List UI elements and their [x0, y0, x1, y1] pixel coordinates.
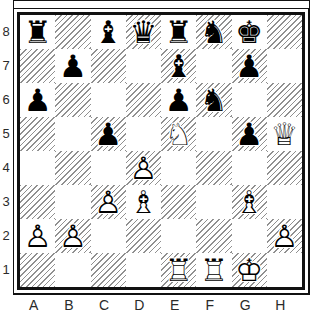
black-piece-glyph: ♟ [161, 83, 196, 117]
black-piece-glyph: ♛ [126, 15, 161, 49]
piece-bN-f6: ♞ [196, 83, 231, 117]
piece-wB-d3: ♝♗ [126, 185, 161, 219]
board-grid: ♜♝♛♜♞♚♟♝♟♟♟♞♟♞♘♟♛♕♟♙♟♙♝♗♝♗♟♙♟♙♟♙♜♖♜♖♚♔ [20, 15, 302, 287]
square-f6: ♞ [196, 83, 231, 117]
white-piece-outline: ♗ [126, 185, 161, 219]
piece-bP-b7: ♟ [55, 49, 90, 83]
piece-bK-g8: ♚ [232, 15, 267, 49]
piece-wK-g1: ♚♔ [232, 253, 267, 287]
rank-label-1: 1 [0, 253, 12, 287]
square-h4 [267, 151, 302, 185]
file-labels: ABCDEFGH [16, 296, 298, 314]
square-g1: ♚♔ [232, 253, 267, 287]
square-d1 [126, 253, 161, 287]
square-d6 [126, 83, 161, 117]
piece-bP-e6: ♟ [161, 83, 196, 117]
piece-bQ-d8: ♛ [126, 15, 161, 49]
chess-board: ♜♝♛♜♞♚♟♝♟♟♟♞♟♞♘♟♛♕♟♙♟♙♝♗♝♗♟♙♟♙♟♙♜♖♜♖♚♔ [13, 8, 309, 294]
square-e7: ♝ [161, 49, 196, 83]
square-b6 [55, 83, 90, 117]
piece-wN-e5: ♞♘ [161, 117, 196, 151]
square-c1 [91, 253, 126, 287]
square-c5: ♟ [91, 117, 126, 151]
rank-labels: 87654321 [0, 15, 12, 287]
piece-wP-c3: ♟♙ [91, 185, 126, 219]
square-b8 [55, 15, 90, 49]
square-g6 [232, 83, 267, 117]
square-c7 [91, 49, 126, 83]
rank-label-5: 5 [0, 117, 12, 151]
file-label-g: G [228, 296, 263, 314]
square-c4 [91, 151, 126, 185]
square-h3 [267, 185, 302, 219]
square-h5: ♛♕ [267, 117, 302, 151]
square-e8: ♜ [161, 15, 196, 49]
square-f4 [196, 151, 231, 185]
board-inner-border: ♜♝♛♜♞♚♟♝♟♟♟♞♟♞♘♟♛♕♟♙♟♙♝♗♝♗♟♙♟♙♟♙♜♖♜♖♚♔ [17, 12, 305, 290]
white-piece-outline: ♗ [232, 185, 267, 219]
rank-label-7: 7 [0, 49, 12, 83]
black-piece-glyph: ♞ [196, 15, 231, 49]
piece-wB-g3: ♝♗ [232, 185, 267, 219]
piece-wQ-h5: ♛♕ [267, 117, 302, 151]
file-label-e: E [157, 296, 192, 314]
rank-label-4: 4 [0, 151, 12, 185]
square-a8: ♜ [20, 15, 55, 49]
square-g3: ♝♗ [232, 185, 267, 219]
square-d4: ♟♙ [126, 151, 161, 185]
piece-wP-a2: ♟♙ [20, 219, 55, 253]
white-piece-outline: ♙ [126, 151, 161, 185]
white-piece-outline: ♖ [161, 253, 196, 287]
white-piece-outline: ♙ [91, 185, 126, 219]
square-c6 [91, 83, 126, 117]
white-piece-outline: ♕ [267, 117, 302, 151]
white-piece-outline: ♙ [20, 219, 55, 253]
square-f1: ♜♖ [196, 253, 231, 287]
piece-bP-c5: ♟ [91, 117, 126, 151]
file-label-f: F [192, 296, 227, 314]
square-f8: ♞ [196, 15, 231, 49]
black-piece-glyph: ♚ [232, 15, 267, 49]
black-piece-glyph: ♝ [91, 15, 126, 49]
square-g8: ♚ [232, 15, 267, 49]
square-c8: ♝ [91, 15, 126, 49]
square-g5: ♟ [232, 117, 267, 151]
square-a3 [20, 185, 55, 219]
white-piece-outline: ♙ [267, 219, 302, 253]
black-piece-glyph: ♜ [20, 15, 55, 49]
rank-label-6: 6 [0, 83, 12, 117]
piece-bN-f8: ♞ [196, 15, 231, 49]
square-f5 [196, 117, 231, 151]
square-b3 [55, 185, 90, 219]
piece-wR-f1: ♜♖ [196, 253, 231, 287]
square-d8: ♛ [126, 15, 161, 49]
square-b7: ♟ [55, 49, 90, 83]
black-piece-glyph: ♞ [196, 83, 231, 117]
square-f3 [196, 185, 231, 219]
square-d5 [126, 117, 161, 151]
square-h6 [267, 83, 302, 117]
file-label-a: A [16, 296, 51, 314]
square-b4 [55, 151, 90, 185]
rank-label-8: 8 [0, 15, 12, 49]
square-c2 [91, 219, 126, 253]
square-a7 [20, 49, 55, 83]
square-e6: ♟ [161, 83, 196, 117]
square-a4 [20, 151, 55, 185]
black-piece-glyph: ♟ [20, 83, 55, 117]
rank-label-3: 3 [0, 185, 12, 219]
square-h7 [267, 49, 302, 83]
square-b1 [55, 253, 90, 287]
black-piece-glyph: ♟ [91, 117, 126, 151]
piece-bB-e7: ♝ [161, 49, 196, 83]
square-d7 [126, 49, 161, 83]
square-e3 [161, 185, 196, 219]
square-e2 [161, 219, 196, 253]
square-g2 [232, 219, 267, 253]
piece-bB-c8: ♝ [91, 15, 126, 49]
white-piece-outline: ♘ [161, 117, 196, 151]
black-piece-glyph: ♟ [232, 117, 267, 151]
square-a1 [20, 253, 55, 287]
file-label-h: H [263, 296, 298, 314]
square-h2: ♟♙ [267, 219, 302, 253]
piece-wP-d4: ♟♙ [126, 151, 161, 185]
black-piece-glyph: ♟ [55, 49, 90, 83]
square-c3: ♟♙ [91, 185, 126, 219]
piece-bP-g7: ♟ [232, 49, 267, 83]
square-a6: ♟ [20, 83, 55, 117]
square-b2: ♟♙ [55, 219, 90, 253]
white-piece-outline: ♙ [55, 219, 90, 253]
square-e4 [161, 151, 196, 185]
square-d3: ♝♗ [126, 185, 161, 219]
square-e5: ♞♘ [161, 117, 196, 151]
piece-wP-b2: ♟♙ [55, 219, 90, 253]
piece-bP-a6: ♟ [20, 83, 55, 117]
file-label-b: B [51, 296, 86, 314]
square-f7 [196, 49, 231, 83]
black-piece-glyph: ♜ [161, 15, 196, 49]
piece-bR-e8: ♜ [161, 15, 196, 49]
white-piece-outline: ♔ [232, 253, 267, 287]
file-label-c: C [87, 296, 122, 314]
square-f2 [196, 219, 231, 253]
square-b5 [55, 117, 90, 151]
piece-wR-e1: ♜♖ [161, 253, 196, 287]
file-label-d: D [122, 296, 157, 314]
square-h8 [267, 15, 302, 49]
square-g4 [232, 151, 267, 185]
black-piece-glyph: ♝ [161, 49, 196, 83]
square-a5 [20, 117, 55, 151]
piece-bR-a8: ♜ [20, 15, 55, 49]
rank-label-2: 2 [0, 219, 12, 253]
square-h1 [267, 253, 302, 287]
square-a2: ♟♙ [20, 219, 55, 253]
square-d2 [126, 219, 161, 253]
piece-bP-g5: ♟ [232, 117, 267, 151]
square-e1: ♜♖ [161, 253, 196, 287]
square-g7: ♟ [232, 49, 267, 83]
piece-wP-h2: ♟♙ [267, 219, 302, 253]
white-piece-outline: ♖ [196, 253, 231, 287]
black-piece-glyph: ♟ [232, 49, 267, 83]
